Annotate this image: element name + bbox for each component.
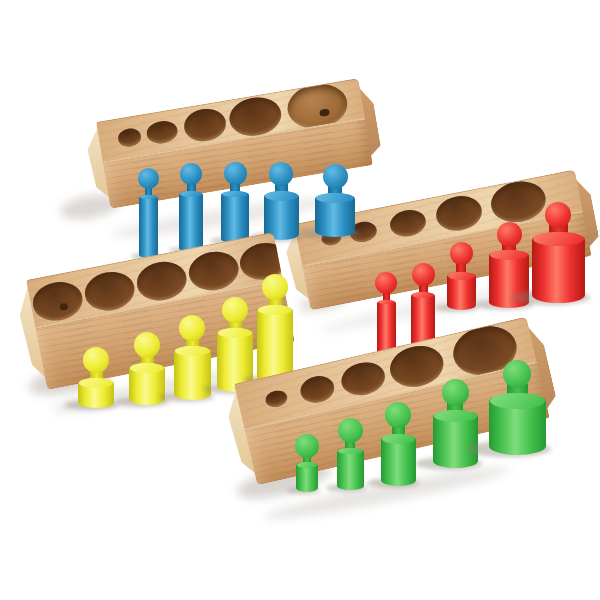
red-cylinder-2-knob (412, 263, 435, 286)
red-block-socket-3 (388, 207, 428, 239)
green-cylinder-4-knob (442, 379, 469, 406)
yellow-cylinder-2 (129, 332, 165, 405)
yellow-cylinder-1 (78, 347, 114, 408)
yellow-cylinder-2-body-top (130, 363, 164, 373)
green-cylinder-1-body (296, 462, 318, 492)
red-cylinder-3 (447, 242, 476, 310)
blue-block-socket-2 (144, 119, 178, 146)
yellow-cylinder-3-body (174, 346, 211, 400)
red-cylinder-5-knob (545, 202, 571, 228)
blue-cylinder-1-body-top (140, 195, 157, 199)
yellow-cylinder-1-body (78, 378, 114, 408)
red-cylinder-4-knob (497, 222, 522, 247)
green-cylinder-3-body (381, 434, 416, 486)
blue-cylinder-4 (264, 162, 299, 240)
green-cylinder-3 (381, 402, 416, 486)
green-block-socket-3 (338, 358, 388, 399)
green-cylinder-3-body-top (382, 434, 415, 444)
blue-cylinder-2-body (179, 191, 203, 252)
green-cylinder-3-knob (385, 402, 411, 428)
red-block-socket-4 (433, 192, 485, 234)
blue-cylinder-2-body-top (180, 191, 202, 197)
blue-cylinder-5-body-top (316, 193, 354, 203)
blue-block-socket-3 (182, 106, 229, 144)
yellow-cylinder-5-knob (262, 274, 288, 300)
green-cylinder-2-knob (338, 418, 363, 443)
blue-cylinder-4-knob (269, 162, 293, 186)
blue-block-socket-1 (116, 127, 142, 149)
yellow-cylinder-2-knob (134, 332, 160, 358)
green-cylinder-5-body-top (490, 393, 545, 409)
red-cylinder-5 (532, 202, 585, 303)
blue-cylinder-1-body (139, 195, 158, 258)
blue-cylinder-5-body (315, 193, 355, 237)
blue-cylinder-3-body (221, 191, 249, 243)
red-cylinder-3-body-top (448, 272, 475, 280)
yellow-cylinder-5-body-top (258, 305, 292, 315)
blue-cylinder-1-knob (138, 168, 159, 189)
green-cylinder-4-body (433, 410, 478, 468)
blue-cylinder-3-body-top (222, 191, 248, 197)
yellow-cylinder-1-body-top (79, 378, 113, 388)
blue-cylinder-2 (179, 163, 203, 252)
red-cylinder-2-body-top (412, 292, 434, 298)
yellow-cylinder-1-knob (83, 347, 109, 373)
green-cylinder-2-body (337, 448, 364, 490)
green-block-socket-1 (264, 389, 289, 410)
yellow-cylinder-4-knob (222, 297, 248, 323)
red-cylinder-4-body-top (490, 250, 528, 260)
green-cylinder-4 (433, 379, 478, 468)
blue-cylinder-5 (315, 164, 355, 237)
yellow-cylinder-5 (257, 274, 293, 383)
blue-socket-drill-hole (319, 108, 330, 117)
green-cylinder-2-body-top (338, 448, 363, 454)
green-cylinder-1-knob (295, 434, 319, 458)
green-cylinder-1 (296, 434, 318, 492)
red-cylinder-5-body (532, 232, 585, 303)
green-cylinder-5 (489, 360, 546, 455)
red-cylinder-5-body-top (533, 232, 584, 246)
blue-cylinder-5-knob (323, 164, 348, 189)
yellow-socket-drill-hole (59, 303, 68, 311)
green-cylinder-4-body-top (434, 410, 477, 422)
scene-product-photo (0, 0, 600, 600)
blue-cylinder-3-knob (224, 162, 247, 185)
red-cylinder-1-knob (375, 272, 397, 294)
green-cylinder-5-knob (503, 360, 531, 388)
yellow-cylinder-3-knob (179, 315, 205, 341)
yellow-cylinder-4-body-top (218, 328, 252, 338)
blue-cylinder-2-knob (180, 163, 202, 185)
red-cylinder-1-body-top (378, 300, 395, 304)
red-cylinder-3-body (447, 272, 476, 310)
green-cylinder-5-body (489, 393, 546, 455)
blue-cylinder-1 (139, 168, 158, 258)
yellow-cylinder-3-body-top (175, 346, 210, 356)
blue-cylinder-4-body-top (265, 191, 298, 201)
green-cylinder-2 (337, 418, 364, 490)
green-cylinder-1-body-top (297, 462, 317, 468)
blue-cylinder-3 (221, 162, 249, 243)
green-block-socket-2 (298, 373, 337, 406)
red-cylinder-3-knob (450, 242, 473, 265)
